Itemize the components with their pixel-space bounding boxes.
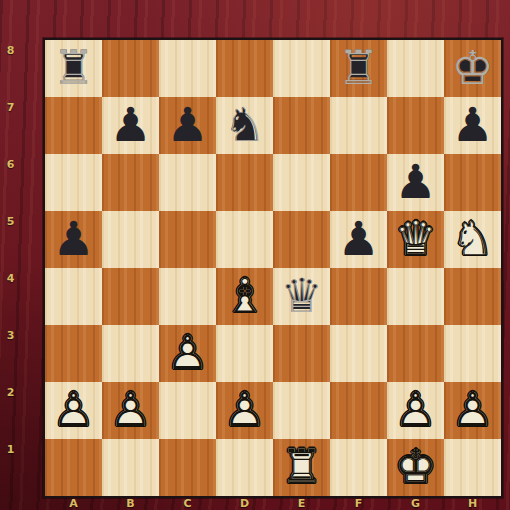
- square-a2[interactable]: ♟♙: [45, 382, 102, 439]
- rank-label-1: 1: [3, 444, 18, 456]
- file-label-h: H: [444, 498, 501, 510]
- board-border: ♜♖♜♖♚♔♟♟♞♘♟♟♟♟♛♕♞♘♝♗♛♕♟♙♟♙♟♙♟♙♟♙♟♙♜♖♚♔: [43, 38, 503, 498]
- square-b6[interactable]: [102, 154, 159, 211]
- piece-white-pawn-a2[interactable]: ♟♙: [45, 382, 102, 439]
- black-rook-glyph: ♜: [52, 43, 94, 90]
- black-knight-glyph: ♞: [223, 100, 265, 147]
- file-label-d: D: [216, 498, 273, 510]
- square-c8[interactable]: [159, 40, 216, 97]
- piece-black-pawn-g6[interactable]: ♟: [387, 154, 444, 211]
- piece-white-pawn-g2[interactable]: ♟♙: [387, 382, 444, 439]
- white-queen-glyph: ♛: [394, 214, 436, 261]
- rank-label-8: 8: [3, 45, 18, 57]
- piece-black-knight-d7[interactable]: ♞♘: [216, 97, 273, 154]
- square-e2[interactable]: [273, 382, 330, 439]
- square-c4[interactable]: [159, 268, 216, 325]
- piece-black-king-h8[interactable]: ♚♔: [444, 40, 501, 97]
- piece-black-rook-a8[interactable]: ♜♖: [45, 40, 102, 97]
- square-f3[interactable]: [330, 325, 387, 382]
- white-pawn-detail-lines: ♙: [223, 385, 265, 432]
- square-d1[interactable]: [216, 439, 273, 496]
- square-b4[interactable]: [102, 268, 159, 325]
- square-a7[interactable]: [45, 97, 102, 154]
- square-c3[interactable]: ♟♙: [159, 325, 216, 382]
- white-pawn-detail-lines: ♙: [451, 385, 493, 432]
- white-knight-detail-lines: ♘: [451, 214, 493, 261]
- square-f7[interactable]: [330, 97, 387, 154]
- square-d4[interactable]: ♝♗: [216, 268, 273, 325]
- black-pawn-glyph: ♟: [394, 157, 436, 204]
- square-a1[interactable]: [45, 439, 102, 496]
- square-b2[interactable]: ♟♙: [102, 382, 159, 439]
- white-pawn-detail-lines: ♙: [52, 385, 94, 432]
- black-king-detail-lines: ♔: [451, 43, 493, 90]
- black-queen-glyph: ♛: [280, 271, 322, 318]
- square-b3[interactable]: [102, 325, 159, 382]
- rank-label-5: 5: [3, 216, 18, 228]
- rank-label-2: 2: [3, 387, 18, 399]
- square-c6[interactable]: [159, 154, 216, 211]
- square-b7[interactable]: ♟: [102, 97, 159, 154]
- square-a6[interactable]: [45, 154, 102, 211]
- white-pawn-glyph: ♟: [166, 328, 208, 375]
- white-queen-detail-lines: ♕: [394, 214, 436, 261]
- white-pawn-detail-lines: ♙: [394, 385, 436, 432]
- square-e7[interactable]: [273, 97, 330, 154]
- file-label-a: A: [45, 498, 102, 510]
- rank-label-7: 7: [3, 102, 18, 114]
- piece-white-knight-h5[interactable]: ♞♘: [444, 211, 501, 268]
- square-b1[interactable]: [102, 439, 159, 496]
- white-pawn-detail-lines: ♙: [109, 385, 151, 432]
- square-c2[interactable]: [159, 382, 216, 439]
- square-f5[interactable]: ♟: [330, 211, 387, 268]
- file-label-c: C: [159, 498, 216, 510]
- white-pawn-glyph: ♟: [109, 385, 151, 432]
- square-h4[interactable]: [444, 268, 501, 325]
- white-pawn-glyph: ♟: [394, 385, 436, 432]
- file-label-b: B: [102, 498, 159, 510]
- rank-label-6: 6: [3, 159, 18, 171]
- piece-white-pawn-b2[interactable]: ♟♙: [102, 382, 159, 439]
- square-g7[interactable]: [387, 97, 444, 154]
- square-g2[interactable]: ♟♙: [387, 382, 444, 439]
- white-rook-detail-lines: ♖: [280, 442, 322, 489]
- black-pawn-glyph: ♟: [52, 214, 94, 261]
- piece-black-pawn-a5[interactable]: ♟: [45, 211, 102, 268]
- square-e4[interactable]: ♛♕: [273, 268, 330, 325]
- square-b5[interactable]: [102, 211, 159, 268]
- square-g1[interactable]: ♚♔: [387, 439, 444, 496]
- piece-black-pawn-c7[interactable]: ♟: [159, 97, 216, 154]
- white-king-glyph: ♚: [394, 442, 436, 489]
- square-d8[interactable]: [216, 40, 273, 97]
- file-label-e: E: [273, 498, 330, 510]
- file-label-g: G: [387, 498, 444, 510]
- square-c1[interactable]: [159, 439, 216, 496]
- piece-black-pawn-f5[interactable]: ♟: [330, 211, 387, 268]
- black-knight-detail-lines: ♘: [223, 100, 265, 147]
- square-g3[interactable]: [387, 325, 444, 382]
- piece-white-king-g1[interactable]: ♚♔: [387, 439, 444, 496]
- white-bishop-detail-lines: ♗: [223, 271, 265, 318]
- chess-board: ♜♖♜♖♚♔♟♟♞♘♟♟♟♟♛♕♞♘♝♗♛♕♟♙♟♙♟♙♟♙♟♙♟♙♜♖♚♔: [45, 40, 501, 496]
- square-h8[interactable]: ♚♔: [444, 40, 501, 97]
- square-f6[interactable]: [330, 154, 387, 211]
- square-g6[interactable]: ♟: [387, 154, 444, 211]
- square-e5[interactable]: [273, 211, 330, 268]
- piece-black-rook-f8[interactable]: ♜♖: [330, 40, 387, 97]
- piece-white-pawn-c3[interactable]: ♟♙: [159, 325, 216, 382]
- white-bishop-glyph: ♝: [223, 271, 265, 318]
- white-rook-glyph: ♜: [280, 442, 322, 489]
- square-e8[interactable]: [273, 40, 330, 97]
- square-e6[interactable]: [273, 154, 330, 211]
- square-f1[interactable]: [330, 439, 387, 496]
- square-h1[interactable]: [444, 439, 501, 496]
- black-rook-glyph: ♜: [337, 43, 379, 90]
- white-pawn-glyph: ♟: [223, 385, 265, 432]
- square-d2[interactable]: ♟♙: [216, 382, 273, 439]
- square-f8[interactable]: ♜♖: [330, 40, 387, 97]
- square-d3[interactable]: [216, 325, 273, 382]
- square-d7[interactable]: ♞♘: [216, 97, 273, 154]
- square-a8[interactable]: ♜♖: [45, 40, 102, 97]
- piece-black-queen-e4[interactable]: ♛♕: [273, 268, 330, 325]
- square-e1[interactable]: ♜♖: [273, 439, 330, 496]
- white-pawn-detail-lines: ♙: [166, 328, 208, 375]
- square-a4[interactable]: [45, 268, 102, 325]
- file-label-f: F: [330, 498, 387, 510]
- square-d6[interactable]: [216, 154, 273, 211]
- square-g4[interactable]: [387, 268, 444, 325]
- rank-label-4: 4: [3, 273, 18, 285]
- black-king-glyph: ♚: [451, 43, 493, 90]
- piece-black-pawn-h7[interactable]: ♟: [444, 97, 501, 154]
- piece-black-pawn-b7[interactable]: ♟: [102, 97, 159, 154]
- black-pawn-glyph: ♟: [337, 214, 379, 261]
- square-a5[interactable]: ♟: [45, 211, 102, 268]
- piece-white-bishop-d4[interactable]: ♝♗: [216, 268, 273, 325]
- square-a3[interactable]: [45, 325, 102, 382]
- square-c5[interactable]: [159, 211, 216, 268]
- chessboard-frame: ♜♖♜♖♚♔♟♟♞♘♟♟♟♟♛♕♞♘♝♗♛♕♟♙♟♙♟♙♟♙♟♙♟♙♜♖♚♔ 8…: [0, 0, 510, 510]
- black-pawn-glyph: ♟: [166, 100, 208, 147]
- black-pawn-glyph: ♟: [451, 100, 493, 147]
- square-h5[interactable]: ♞♘: [444, 211, 501, 268]
- white-pawn-glyph: ♟: [52, 385, 94, 432]
- black-rook-detail-lines: ♖: [52, 43, 94, 90]
- square-e3[interactable]: [273, 325, 330, 382]
- square-h2[interactable]: ♟♙: [444, 382, 501, 439]
- square-f4[interactable]: [330, 268, 387, 325]
- piece-white-pawn-h2[interactable]: ♟♙: [444, 382, 501, 439]
- square-d5[interactable]: [216, 211, 273, 268]
- piece-white-queen-g5[interactable]: ♛♕: [387, 211, 444, 268]
- square-h6[interactable]: [444, 154, 501, 211]
- square-h7[interactable]: ♟: [444, 97, 501, 154]
- black-queen-detail-lines: ♕: [280, 271, 322, 318]
- square-h3[interactable]: [444, 325, 501, 382]
- piece-white-rook-e1[interactable]: ♜♖: [273, 439, 330, 496]
- square-f2[interactable]: [330, 382, 387, 439]
- white-pawn-glyph: ♟: [451, 385, 493, 432]
- square-c7[interactable]: ♟: [159, 97, 216, 154]
- black-rook-detail-lines: ♖: [337, 43, 379, 90]
- rank-label-3: 3: [3, 330, 18, 342]
- piece-white-pawn-d2[interactable]: ♟♙: [216, 382, 273, 439]
- white-king-detail-lines: ♔: [394, 442, 436, 489]
- black-pawn-glyph: ♟: [109, 100, 151, 147]
- square-g5[interactable]: ♛♕: [387, 211, 444, 268]
- square-b8[interactable]: [102, 40, 159, 97]
- white-knight-glyph: ♞: [451, 214, 493, 261]
- square-g8[interactable]: [387, 40, 444, 97]
